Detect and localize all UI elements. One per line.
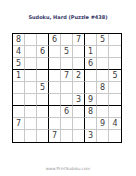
cell-r4c4[interactable] [49, 70, 61, 82]
cell-r3c3[interactable] [37, 58, 49, 70]
cell-r8c3[interactable] [37, 118, 49, 130]
cell-r8c9[interactable]: 4 [109, 118, 121, 130]
cell-r8c5[interactable] [61, 118, 73, 130]
cell-r3c6[interactable] [73, 58, 85, 70]
cell-r5c3[interactable]: 5 [37, 82, 49, 94]
cell-r4c3[interactable] [37, 70, 49, 82]
page-title: Sudoku, Hard (Puzzle #438) [0, 14, 136, 20]
cell-r4c6[interactable]: 2 [73, 70, 85, 82]
cell-r7c3[interactable] [37, 106, 49, 118]
cell-r7c7[interactable]: 8 [85, 106, 97, 118]
cell-r1c3[interactable] [37, 34, 49, 46]
sudoku-page: Sudoku, Hard (Puzzle #438) 8675465156172… [0, 0, 136, 176]
cell-r1c7[interactable] [85, 34, 97, 46]
cell-r6c2[interactable] [25, 94, 37, 106]
cell-r7c9[interactable] [109, 106, 121, 118]
cell-r6c4[interactable] [49, 94, 61, 106]
cell-r6c1[interactable] [13, 94, 25, 106]
cell-r2c9[interactable] [109, 46, 121, 58]
cell-r9c9[interactable] [109, 130, 121, 142]
cell-r8c1[interactable]: 7 [13, 118, 25, 130]
cell-r7c4[interactable] [49, 106, 61, 118]
cell-r3c2[interactable] [25, 58, 37, 70]
cell-r8c4[interactable] [49, 118, 61, 130]
cell-r6c9[interactable] [109, 94, 121, 106]
cell-r4c1[interactable]: 1 [13, 70, 25, 82]
cell-r9c7[interactable]: 3 [85, 130, 97, 142]
sudoku-board: 8675465156172558396879473 [12, 33, 122, 143]
cell-r1c5[interactable] [61, 34, 73, 46]
cell-r5c4[interactable] [49, 82, 61, 94]
cell-r2c6[interactable] [73, 46, 85, 58]
cell-r9c5[interactable] [61, 130, 73, 142]
cell-r6c3[interactable] [37, 94, 49, 106]
cell-r5c6[interactable] [73, 82, 85, 94]
cell-r9c2[interactable] [25, 130, 37, 142]
cell-r5c5[interactable] [61, 82, 73, 94]
cell-r2c5[interactable]: 5 [61, 46, 73, 58]
cell-r3c7[interactable]: 6 [85, 58, 97, 70]
cell-r2c1[interactable]: 4 [13, 46, 25, 58]
cell-r2c8[interactable] [97, 46, 109, 58]
cell-r9c8[interactable] [97, 130, 109, 142]
cell-r2c2[interactable] [25, 46, 37, 58]
cell-r4c2[interactable] [25, 70, 37, 82]
cell-r5c2[interactable] [25, 82, 37, 94]
cell-r1c2[interactable] [25, 34, 37, 46]
cell-r6c8[interactable] [97, 94, 109, 106]
cell-r7c1[interactable] [13, 106, 25, 118]
cell-r4c5[interactable]: 7 [61, 70, 73, 82]
cell-r7c6[interactable] [73, 106, 85, 118]
cell-r8c8[interactable]: 9 [97, 118, 109, 130]
cell-r5c9[interactable] [109, 82, 121, 94]
cell-r6c5[interactable] [61, 94, 73, 106]
cell-r7c5[interactable]: 6 [61, 106, 73, 118]
cell-r8c7[interactable] [85, 118, 97, 130]
cell-r5c1[interactable] [13, 82, 25, 94]
cell-r3c5[interactable] [61, 58, 73, 70]
cell-r7c8[interactable] [97, 106, 109, 118]
cell-r4c7[interactable] [85, 70, 97, 82]
cell-r1c4[interactable]: 6 [49, 34, 61, 46]
footer-url: www.PrintSudoku.com [0, 166, 136, 171]
cell-r8c2[interactable] [25, 118, 37, 130]
cell-r8c6[interactable] [73, 118, 85, 130]
cell-r2c4[interactable] [49, 46, 61, 58]
cell-r9c4[interactable]: 7 [49, 130, 61, 142]
cell-r5c8[interactable]: 8 [97, 82, 109, 94]
cell-r6c6[interactable]: 3 [73, 94, 85, 106]
cell-r3c9[interactable] [109, 58, 121, 70]
cell-r9c3[interactable] [37, 130, 49, 142]
cell-r1c6[interactable]: 7 [73, 34, 85, 46]
cell-r7c2[interactable] [25, 106, 37, 118]
cell-r2c7[interactable]: 1 [85, 46, 97, 58]
cell-r1c9[interactable] [109, 34, 121, 46]
cell-r1c8[interactable]: 5 [97, 34, 109, 46]
cell-r9c1[interactable] [13, 130, 25, 142]
cell-r9c6[interactable] [73, 130, 85, 142]
cell-r5c7[interactable] [85, 82, 97, 94]
cell-r4c8[interactable] [97, 70, 109, 82]
cell-r2c3[interactable]: 6 [37, 46, 49, 58]
cell-r6c7[interactable]: 9 [85, 94, 97, 106]
cell-r3c8[interactable] [97, 58, 109, 70]
cell-r1c1[interactable]: 8 [13, 34, 25, 46]
cell-r3c4[interactable] [49, 58, 61, 70]
cell-r3c1[interactable]: 5 [13, 58, 25, 70]
cell-r4c9[interactable]: 5 [109, 70, 121, 82]
